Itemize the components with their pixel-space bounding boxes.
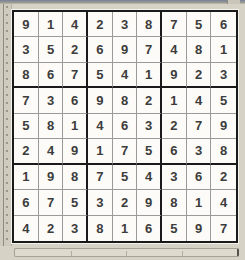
sudoku-cell[interactable]: 5 (63, 190, 88, 215)
sudoku-cell[interactable]: 1 (137, 63, 162, 88)
sudoku-cell[interactable]: 3 (14, 37, 39, 62)
sudoku-cell[interactable]: 9 (162, 63, 187, 88)
sudoku-cell[interactable]: 7 (14, 88, 39, 113)
sudoku-cell[interactable]: 9 (39, 165, 64, 190)
sudoku-cell[interactable]: 6 (162, 139, 187, 164)
sudoku-cell[interactable]: 7 (39, 190, 64, 215)
sudoku-cell[interactable]: 3 (63, 216, 88, 241)
sudoku-cell[interactable]: 4 (137, 165, 162, 190)
sudoku-cell[interactable]: 9 (63, 139, 88, 164)
sudoku-cell[interactable]: 1 (63, 114, 88, 139)
sudoku-cell[interactable]: 6 (187, 165, 212, 190)
sudoku-cell[interactable]: 7 (88, 165, 113, 190)
sudoku-cell[interactable]: 2 (39, 216, 64, 241)
sudoku-cell[interactable]: 7 (162, 12, 187, 37)
sudoku-cell[interactable]: 1 (162, 88, 187, 113)
left-panel-dotted-texture (6, 6, 8, 244)
sudoku-cell[interactable]: 3 (187, 139, 212, 164)
sudoku-cell[interactable]: 6 (88, 37, 113, 62)
sudoku-cell[interactable]: 6 (211, 12, 236, 37)
sudoku-cell[interactable]: 9 (14, 12, 39, 37)
sudoku-cell[interactable]: 6 (63, 88, 88, 113)
sudoku-cell[interactable]: 2 (162, 114, 187, 139)
sudoku-cell[interactable]: 2 (211, 165, 236, 190)
sudoku-cell[interactable]: 5 (137, 139, 162, 164)
sudoku-cell[interactable]: 7 (137, 37, 162, 62)
sudoku-cell[interactable]: 8 (88, 216, 113, 241)
sudoku-cell[interactable]: 8 (63, 165, 88, 190)
sudoku-cell[interactable]: 1 (113, 216, 138, 241)
sudoku-cell[interactable]: 8 (113, 88, 138, 113)
left-panel-divider (3, 4, 4, 246)
sudoku-cell[interactable]: 8 (162, 190, 187, 215)
sudoku-cell[interactable]: 5 (88, 63, 113, 88)
sudoku-cell[interactable]: 4 (113, 63, 138, 88)
sudoku-cell[interactable]: 2 (88, 12, 113, 37)
scrollbar-tick (126, 251, 127, 256)
sudoku-cell[interactable]: 5 (187, 12, 212, 37)
sudoku-cell[interactable]: 4 (39, 139, 64, 164)
sudoku-cell[interactable]: 1 (211, 37, 236, 62)
sudoku-cell[interactable]: 2 (113, 190, 138, 215)
sudoku-cell[interactable]: 7 (211, 216, 236, 241)
sudoku-cell[interactable]: 3 (211, 63, 236, 88)
sudoku-cell[interactable]: 7 (113, 139, 138, 164)
sudoku-cell[interactable]: 1 (14, 165, 39, 190)
sudoku-cell[interactable]: 6 (113, 114, 138, 139)
sudoku-cell[interactable]: 8 (137, 12, 162, 37)
sudoku-board: 9142387563526974818675419237369821455814… (14, 12, 236, 241)
sudoku-cell[interactable]: 1 (187, 190, 212, 215)
sudoku-cell[interactable]: 5 (113, 165, 138, 190)
sudoku-cell[interactable]: 2 (187, 63, 212, 88)
sudoku-cell[interactable]: 2 (137, 88, 162, 113)
horizontal-scrollbar[interactable] (14, 248, 239, 257)
sudoku-cell[interactable]: 4 (14, 216, 39, 241)
sudoku-cell[interactable]: 3 (88, 190, 113, 215)
scrollbar-tick (71, 251, 72, 256)
sudoku-cell[interactable]: 6 (39, 63, 64, 88)
sudoku-cell[interactable]: 5 (39, 37, 64, 62)
sudoku-cell[interactable]: 4 (211, 190, 236, 215)
sudoku-cell[interactable]: 6 (14, 190, 39, 215)
sudoku-cell[interactable]: 2 (14, 139, 39, 164)
sudoku-cell[interactable]: 8 (211, 139, 236, 164)
sudoku-cell[interactable]: 8 (39, 114, 64, 139)
scrollbar-tick (182, 251, 183, 256)
sudoku-board-frame: 9142387563526974818675419237369821455814… (12, 10, 238, 243)
sudoku-cell[interactable]: 4 (63, 12, 88, 37)
titlebar-edge (0, 0, 245, 4)
sudoku-cell[interactable]: 3 (39, 88, 64, 113)
sudoku-cell[interactable]: 9 (187, 216, 212, 241)
sudoku-cell[interactable]: 7 (63, 63, 88, 88)
sudoku-cell[interactable]: 5 (211, 88, 236, 113)
sudoku-cell[interactable]: 9 (88, 88, 113, 113)
sudoku-cell[interactable]: 3 (137, 114, 162, 139)
sudoku-cell[interactable]: 9 (113, 37, 138, 62)
window-button-remnant (227, 0, 240, 4)
sudoku-cell[interactable]: 8 (187, 37, 212, 62)
sudoku-cell[interactable]: 3 (162, 165, 187, 190)
sudoku-cell[interactable]: 9 (137, 190, 162, 215)
sudoku-cell[interactable]: 6 (137, 216, 162, 241)
sudoku-cell[interactable]: 3 (113, 12, 138, 37)
sudoku-cell[interactable]: 2 (63, 37, 88, 62)
sudoku-cell[interactable]: 1 (88, 139, 113, 164)
sudoku-cell[interactable]: 1 (39, 12, 64, 37)
sudoku-board-panel: 9142387563526974818675419237369821455814… (11, 9, 239, 244)
sudoku-cell[interactable]: 5 (162, 216, 187, 241)
sudoku-cell[interactable]: 4 (162, 37, 187, 62)
sudoku-cell[interactable]: 8 (14, 63, 39, 88)
sudoku-cell[interactable]: 4 (88, 114, 113, 139)
sudoku-cell[interactable]: 4 (187, 88, 212, 113)
sudoku-cell[interactable]: 9 (211, 114, 236, 139)
sudoku-cell[interactable]: 5 (14, 114, 39, 139)
sudoku-cell[interactable]: 7 (187, 114, 212, 139)
